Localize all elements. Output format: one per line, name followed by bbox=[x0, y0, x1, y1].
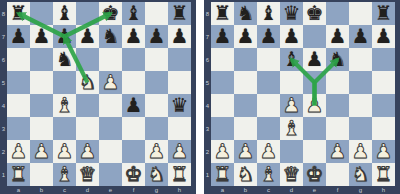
left-board-diagram: 87654321 abcdefgh ♜♝♚♝♜♟♟♟♟♞♟♟♟♞♞♟♝♟♛♟♟♟… bbox=[0, 0, 196, 194]
square-a4 bbox=[211, 94, 234, 117]
piece-black-pawn-h7: ♟ bbox=[168, 25, 191, 48]
square-e4 bbox=[99, 94, 122, 117]
rank-label-5: 5 bbox=[204, 71, 211, 94]
square-a1: ♜ bbox=[211, 163, 234, 186]
square-d6 bbox=[76, 48, 99, 71]
square-e7 bbox=[303, 25, 326, 48]
square-a6 bbox=[7, 48, 30, 71]
piece-white-pawn-h2: ♟ bbox=[372, 140, 395, 163]
square-e6 bbox=[99, 48, 122, 71]
rank-label-4: 4 bbox=[204, 94, 211, 117]
file-label-a: a bbox=[211, 186, 234, 194]
piece-black-bishop-c8: ♝ bbox=[53, 2, 76, 25]
square-c6: ♞ bbox=[53, 48, 76, 71]
piece-black-pawn-f7: ♟ bbox=[326, 25, 349, 48]
rank-label-1: 1 bbox=[0, 163, 7, 186]
square-g8 bbox=[349, 2, 372, 25]
rank-label-8: 8 bbox=[0, 2, 7, 25]
square-b4 bbox=[30, 94, 53, 117]
square-f5 bbox=[326, 71, 349, 94]
piece-white-king-f1: ♚ bbox=[122, 163, 145, 186]
piece-black-pawn-g7: ♟ bbox=[349, 25, 372, 48]
square-c7: ♟ bbox=[53, 25, 76, 48]
square-h1: ♜ bbox=[168, 163, 191, 186]
square-d4: ♟ bbox=[280, 94, 303, 117]
piece-black-rook-a8: ♜ bbox=[7, 2, 30, 25]
piece-white-rook-a1: ♜ bbox=[7, 163, 30, 186]
piece-white-knight-d5: ♞ bbox=[76, 71, 99, 94]
rank-label-2: 2 bbox=[204, 140, 211, 163]
file-label-e: e bbox=[99, 186, 122, 194]
piece-white-pawn-g2: ♟ bbox=[349, 140, 372, 163]
piece-white-rook-h1: ♜ bbox=[372, 163, 395, 186]
square-g4 bbox=[349, 94, 372, 117]
square-e4: ♟ bbox=[303, 94, 326, 117]
square-c2: ♟ bbox=[53, 140, 76, 163]
square-b3 bbox=[234, 117, 257, 140]
square-h3 bbox=[168, 117, 191, 140]
square-f8 bbox=[326, 2, 349, 25]
square-h4: ♛ bbox=[168, 94, 191, 117]
piece-white-pawn-a2: ♟ bbox=[211, 140, 234, 163]
piece-black-pawn-f4: ♟ bbox=[122, 94, 145, 117]
square-g1: ♞ bbox=[145, 163, 168, 186]
file-label-a: a bbox=[7, 186, 30, 194]
square-h6 bbox=[372, 48, 395, 71]
square-h4 bbox=[372, 94, 395, 117]
square-f6 bbox=[122, 48, 145, 71]
square-a5 bbox=[7, 71, 30, 94]
rank-label-8: 8 bbox=[204, 2, 211, 25]
square-f4: ♟ bbox=[122, 94, 145, 117]
square-e6: ♟ bbox=[303, 48, 326, 71]
rank-label-2: 2 bbox=[0, 140, 7, 163]
square-f6: ♞ bbox=[326, 48, 349, 71]
square-g5 bbox=[145, 71, 168, 94]
square-h6 bbox=[168, 48, 191, 71]
square-a4 bbox=[7, 94, 30, 117]
square-e3 bbox=[99, 117, 122, 140]
square-e2 bbox=[99, 140, 122, 163]
piece-black-bishop-f8: ♝ bbox=[122, 2, 145, 25]
piece-black-pawn-d7: ♟ bbox=[280, 25, 303, 48]
square-b4 bbox=[234, 94, 257, 117]
piece-black-king-e8: ♚ bbox=[303, 2, 326, 25]
rank-labels-left: 87654321 bbox=[0, 2, 7, 186]
square-c8: ♝ bbox=[257, 2, 280, 25]
square-a6 bbox=[211, 48, 234, 71]
chess-diagram-pair: 87654321 abcdefgh ♜♝♚♝♜♟♟♟♟♞♟♟♟♞♞♟♝♟♛♟♟♟… bbox=[0, 0, 400, 194]
piece-black-pawn-b7: ♟ bbox=[234, 25, 257, 48]
file-labels-right: abcdefgh bbox=[211, 186, 395, 194]
rank-label-7: 7 bbox=[204, 25, 211, 48]
square-d6: ♝ bbox=[280, 48, 303, 71]
piece-white-rook-a1: ♜ bbox=[211, 163, 234, 186]
piece-black-pawn-c7: ♟ bbox=[257, 25, 280, 48]
piece-white-knight-b1: ♞ bbox=[234, 163, 257, 186]
rank-label-5: 5 bbox=[0, 71, 7, 94]
file-label-h: h bbox=[168, 186, 191, 194]
square-d5: ♞ bbox=[76, 71, 99, 94]
piece-white-bishop-d3: ♝ bbox=[280, 117, 303, 140]
file-label-g: g bbox=[349, 186, 372, 194]
square-f7: ♟ bbox=[122, 25, 145, 48]
square-g6 bbox=[349, 48, 372, 71]
file-label-c: c bbox=[257, 186, 280, 194]
piece-white-bishop-c1: ♝ bbox=[257, 163, 280, 186]
square-f8: ♝ bbox=[122, 2, 145, 25]
square-e5: ♟ bbox=[99, 71, 122, 94]
square-b8: ♞ bbox=[234, 2, 257, 25]
square-c1: ♝ bbox=[53, 163, 76, 186]
piece-white-pawn-b2: ♟ bbox=[30, 140, 53, 163]
square-h8: ♜ bbox=[168, 2, 191, 25]
piece-black-pawn-h7: ♟ bbox=[372, 25, 395, 48]
piece-black-rook-h8: ♜ bbox=[168, 2, 191, 25]
square-e2 bbox=[303, 140, 326, 163]
square-b2: ♟ bbox=[234, 140, 257, 163]
piece-black-queen-h4: ♛ bbox=[168, 94, 191, 117]
square-g8 bbox=[145, 2, 168, 25]
piece-white-king-e1: ♚ bbox=[303, 163, 326, 186]
piece-white-pawn-e5: ♟ bbox=[99, 71, 122, 94]
piece-white-pawn-b2: ♟ bbox=[234, 140, 257, 163]
square-d7: ♟ bbox=[280, 25, 303, 48]
square-c5 bbox=[257, 71, 280, 94]
piece-black-knight-c6: ♞ bbox=[53, 48, 76, 71]
piece-white-pawn-g2: ♟ bbox=[145, 140, 168, 163]
square-d7: ♟ bbox=[76, 25, 99, 48]
square-g2: ♟ bbox=[349, 140, 372, 163]
square-e3 bbox=[303, 117, 326, 140]
square-f7: ♟ bbox=[326, 25, 349, 48]
chess-board-left: ♜♝♚♝♜♟♟♟♟♞♟♟♟♞♞♟♝♟♛♟♟♟♟♟♟♜♝♛♚♞♜ bbox=[7, 2, 191, 186]
square-b1: ♞ bbox=[234, 163, 257, 186]
square-f2: ♟ bbox=[326, 140, 349, 163]
square-c1: ♝ bbox=[257, 163, 280, 186]
piece-black-king-e8: ♚ bbox=[99, 2, 122, 25]
rank-label-7: 7 bbox=[0, 25, 7, 48]
square-b3 bbox=[30, 117, 53, 140]
square-c5 bbox=[53, 71, 76, 94]
square-h5 bbox=[372, 71, 395, 94]
square-a7: ♟ bbox=[211, 25, 234, 48]
piece-white-pawn-c2: ♟ bbox=[257, 140, 280, 163]
square-b7: ♟ bbox=[30, 25, 53, 48]
square-b5 bbox=[234, 71, 257, 94]
square-d8 bbox=[76, 2, 99, 25]
square-h8: ♜ bbox=[372, 2, 395, 25]
square-h2: ♟ bbox=[372, 140, 395, 163]
square-f1: ♚ bbox=[122, 163, 145, 186]
square-e8: ♚ bbox=[303, 2, 326, 25]
piece-black-knight-b8: ♞ bbox=[234, 2, 257, 25]
piece-black-pawn-e6: ♟ bbox=[303, 48, 326, 71]
piece-black-pawn-g7: ♟ bbox=[145, 25, 168, 48]
piece-black-pawn-f7: ♟ bbox=[122, 25, 145, 48]
file-label-e: e bbox=[303, 186, 326, 194]
square-c3 bbox=[53, 117, 76, 140]
rank-label-1: 1 bbox=[204, 163, 211, 186]
square-h1: ♜ bbox=[372, 163, 395, 186]
piece-black-knight-e7: ♞ bbox=[99, 25, 122, 48]
piece-black-bishop-c8: ♝ bbox=[257, 2, 280, 25]
square-g7: ♟ bbox=[145, 25, 168, 48]
square-a5 bbox=[211, 71, 234, 94]
rank-label-3: 3 bbox=[204, 117, 211, 140]
file-labels-left: abcdefgh bbox=[7, 186, 191, 194]
rank-label-6: 6 bbox=[0, 48, 7, 71]
square-h2: ♟ bbox=[168, 140, 191, 163]
square-d4 bbox=[76, 94, 99, 117]
square-b6 bbox=[234, 48, 257, 71]
file-label-f: f bbox=[326, 186, 349, 194]
piece-black-bishop-d6: ♝ bbox=[280, 48, 303, 71]
piece-white-pawn-f2: ♟ bbox=[326, 140, 349, 163]
rank-label-4: 4 bbox=[0, 94, 7, 117]
square-b2: ♟ bbox=[30, 140, 53, 163]
square-c8: ♝ bbox=[53, 2, 76, 25]
piece-black-queen-d8: ♛ bbox=[280, 2, 303, 25]
chess-board-right: ♜♞♝♛♚♜♟♟♟♟♟♟♟♝♟♞♟♟♝♟♟♟♟♟♟♜♞♝♛♚♞♜ bbox=[211, 2, 395, 186]
piece-white-knight-g1: ♞ bbox=[145, 163, 168, 186]
square-a8: ♜ bbox=[7, 2, 30, 25]
piece-black-rook-h8: ♜ bbox=[372, 2, 395, 25]
square-h5 bbox=[168, 71, 191, 94]
piece-white-pawn-c2: ♟ bbox=[53, 140, 76, 163]
piece-white-bishop-c4: ♝ bbox=[53, 94, 76, 117]
square-e1: ♚ bbox=[303, 163, 326, 186]
piece-black-pawn-b7: ♟ bbox=[30, 25, 53, 48]
piece-black-pawn-c7: ♟ bbox=[53, 25, 76, 48]
square-a2: ♟ bbox=[7, 140, 30, 163]
square-e5 bbox=[303, 71, 326, 94]
file-label-b: b bbox=[234, 186, 257, 194]
piece-white-queen-d1: ♛ bbox=[280, 163, 303, 186]
square-c7: ♟ bbox=[257, 25, 280, 48]
square-a1: ♜ bbox=[7, 163, 30, 186]
square-g2: ♟ bbox=[145, 140, 168, 163]
square-d1: ♛ bbox=[280, 163, 303, 186]
piece-black-rook-a8: ♜ bbox=[211, 2, 234, 25]
square-g6 bbox=[145, 48, 168, 71]
square-f2 bbox=[122, 140, 145, 163]
square-a2: ♟ bbox=[211, 140, 234, 163]
square-g1: ♞ bbox=[349, 163, 372, 186]
file-label-h: h bbox=[372, 186, 395, 194]
rank-labels-right: 87654321 bbox=[204, 2, 211, 186]
square-b1 bbox=[30, 163, 53, 186]
piece-white-knight-g1: ♞ bbox=[349, 163, 372, 186]
square-a3 bbox=[7, 117, 30, 140]
square-d3 bbox=[76, 117, 99, 140]
square-c4: ♝ bbox=[53, 94, 76, 117]
piece-white-rook-h1: ♜ bbox=[168, 163, 191, 186]
file-label-d: d bbox=[280, 186, 303, 194]
square-b6 bbox=[30, 48, 53, 71]
piece-white-bishop-c1: ♝ bbox=[53, 163, 76, 186]
square-f5 bbox=[122, 71, 145, 94]
file-label-d: d bbox=[76, 186, 99, 194]
square-g4 bbox=[145, 94, 168, 117]
piece-black-pawn-a7: ♟ bbox=[211, 25, 234, 48]
right-board-diagram: 87654321 abcdefgh ♜♞♝♛♚♜♟♟♟♟♟♟♟♝♟♞♟♟♝♟♟♟… bbox=[204, 0, 400, 194]
square-d8: ♛ bbox=[280, 2, 303, 25]
piece-white-pawn-d4: ♟ bbox=[280, 94, 303, 117]
square-d2 bbox=[280, 140, 303, 163]
piece-white-pawn-h2: ♟ bbox=[168, 140, 191, 163]
square-c3 bbox=[257, 117, 280, 140]
rank-label-3: 3 bbox=[0, 117, 7, 140]
square-e7: ♞ bbox=[99, 25, 122, 48]
square-c6 bbox=[257, 48, 280, 71]
square-b7: ♟ bbox=[234, 25, 257, 48]
piece-white-pawn-a2: ♟ bbox=[7, 140, 30, 163]
square-e8: ♚ bbox=[99, 2, 122, 25]
square-f4 bbox=[326, 94, 349, 117]
square-c2: ♟ bbox=[257, 140, 280, 163]
piece-black-pawn-d7: ♟ bbox=[76, 25, 99, 48]
square-f1 bbox=[326, 163, 349, 186]
piece-white-queen-d1: ♛ bbox=[76, 163, 99, 186]
square-g7: ♟ bbox=[349, 25, 372, 48]
piece-white-pawn-e4: ♟ bbox=[303, 94, 326, 117]
square-d2: ♟ bbox=[76, 140, 99, 163]
square-g3 bbox=[349, 117, 372, 140]
square-c4 bbox=[257, 94, 280, 117]
rank-label-6: 6 bbox=[204, 48, 211, 71]
square-h7: ♟ bbox=[372, 25, 395, 48]
piece-black-pawn-a7: ♟ bbox=[7, 25, 30, 48]
file-label-f: f bbox=[122, 186, 145, 194]
square-d1: ♛ bbox=[76, 163, 99, 186]
file-label-c: c bbox=[53, 186, 76, 194]
square-a7: ♟ bbox=[7, 25, 30, 48]
square-a3 bbox=[211, 117, 234, 140]
square-b8 bbox=[30, 2, 53, 25]
square-h3 bbox=[372, 117, 395, 140]
square-g3 bbox=[145, 117, 168, 140]
square-f3 bbox=[326, 117, 349, 140]
square-a8: ♜ bbox=[211, 2, 234, 25]
square-d3: ♝ bbox=[280, 117, 303, 140]
piece-white-pawn-d2: ♟ bbox=[76, 140, 99, 163]
piece-black-knight-f6: ♞ bbox=[326, 48, 349, 71]
square-f3 bbox=[122, 117, 145, 140]
square-e1 bbox=[99, 163, 122, 186]
square-h7: ♟ bbox=[168, 25, 191, 48]
square-g5 bbox=[349, 71, 372, 94]
file-label-g: g bbox=[145, 186, 168, 194]
file-label-b: b bbox=[30, 186, 53, 194]
square-b5 bbox=[30, 71, 53, 94]
square-d5 bbox=[280, 71, 303, 94]
